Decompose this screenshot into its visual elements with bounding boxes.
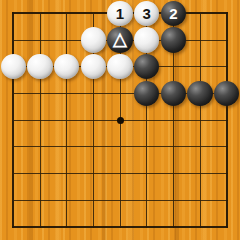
- intersection-0-8[interactable]: [0, 213, 27, 240]
- intersection-4-4[interactable]: [107, 107, 134, 134]
- intersection-4-6[interactable]: [107, 160, 134, 187]
- intersection-6-6[interactable]: [160, 160, 187, 187]
- intersection-5-4[interactable]: [133, 107, 160, 134]
- stone-black[interactable]: [187, 81, 213, 107]
- intersection-2-6[interactable]: [53, 160, 80, 187]
- move-number-3: 3: [142, 6, 150, 21]
- intersection-2-7[interactable]: [53, 187, 80, 214]
- intersection-0-3[interactable]: [0, 80, 27, 107]
- intersection-4-5[interactable]: [107, 133, 134, 160]
- intersection-3-3[interactable]: [80, 80, 107, 107]
- stone-white[interactable]: [134, 27, 160, 53]
- intersection-7-8[interactable]: [187, 213, 214, 240]
- intersection-6-4[interactable]: [160, 107, 187, 134]
- intersection-8-0[interactable]: [213, 0, 240, 27]
- stone-black[interactable]: [161, 27, 187, 53]
- stone-black[interactable]: 2: [161, 1, 187, 27]
- intersection-1-3[interactable]: [27, 80, 54, 107]
- intersection-3-6[interactable]: [80, 160, 107, 187]
- intersection-5-8[interactable]: [133, 213, 160, 240]
- intersection-8-7[interactable]: [213, 187, 240, 214]
- intersection-1-5[interactable]: [27, 133, 54, 160]
- move-number-2: 2: [169, 6, 177, 21]
- intersection-2-3[interactable]: [53, 80, 80, 107]
- intersection-7-7[interactable]: [187, 187, 214, 214]
- intersection-0-6[interactable]: [0, 160, 27, 187]
- intersection-5-6[interactable]: [133, 160, 160, 187]
- intersection-3-8[interactable]: [80, 213, 107, 240]
- stone-black[interactable]: △: [107, 27, 133, 53]
- stone-black[interactable]: [161, 81, 187, 107]
- intersection-0-4[interactable]: [0, 107, 27, 134]
- intersection-5-5[interactable]: [133, 133, 160, 160]
- intersection-1-8[interactable]: [27, 213, 54, 240]
- intersection-4-3[interactable]: [107, 80, 134, 107]
- intersection-1-1[interactable]: [27, 27, 54, 54]
- intersection-7-0[interactable]: [187, 0, 214, 27]
- intersection-4-8[interactable]: [107, 213, 134, 240]
- go-board[interactable]: 132△: [0, 0, 240, 240]
- intersection-1-4[interactable]: [27, 107, 54, 134]
- intersection-0-7[interactable]: [0, 187, 27, 214]
- triangle-mark: △: [113, 30, 127, 48]
- stone-white[interactable]: [27, 54, 53, 80]
- move-number-1: 1: [116, 6, 124, 21]
- intersection-6-7[interactable]: [160, 187, 187, 214]
- stone-white[interactable]: [81, 27, 107, 53]
- intersection-8-1[interactable]: [213, 27, 240, 54]
- intersection-8-4[interactable]: [213, 107, 240, 134]
- intersection-2-1[interactable]: [53, 27, 80, 54]
- intersection-7-1[interactable]: [187, 27, 214, 54]
- intersection-6-5[interactable]: [160, 133, 187, 160]
- intersection-7-2[interactable]: [187, 53, 214, 80]
- intersection-0-1[interactable]: [0, 27, 27, 54]
- intersection-2-0[interactable]: [53, 0, 80, 27]
- intersection-1-7[interactable]: [27, 187, 54, 214]
- intersection-0-0[interactable]: [0, 0, 27, 27]
- stone-white[interactable]: 1: [107, 1, 133, 27]
- intersection-7-4[interactable]: [187, 107, 214, 134]
- intersection-2-5[interactable]: [53, 133, 80, 160]
- intersection-3-7[interactable]: [80, 187, 107, 214]
- intersection-8-2[interactable]: [213, 53, 240, 80]
- intersection-6-8[interactable]: [160, 213, 187, 240]
- intersection-3-5[interactable]: [80, 133, 107, 160]
- intersection-0-5[interactable]: [0, 133, 27, 160]
- intersection-1-6[interactable]: [27, 160, 54, 187]
- intersection-5-7[interactable]: [133, 187, 160, 214]
- stone-white[interactable]: [107, 54, 133, 80]
- intersection-2-4[interactable]: [53, 107, 80, 134]
- intersection-8-5[interactable]: [213, 133, 240, 160]
- intersection-8-6[interactable]: [213, 160, 240, 187]
- intersection-7-5[interactable]: [187, 133, 214, 160]
- intersection-3-0[interactable]: [80, 0, 107, 27]
- intersection-6-2[interactable]: [160, 53, 187, 80]
- intersection-8-8[interactable]: [213, 213, 240, 240]
- intersection-2-8[interactable]: [53, 213, 80, 240]
- intersection-1-0[interactable]: [27, 0, 54, 27]
- intersection-7-6[interactable]: [187, 160, 214, 187]
- intersection-3-4[interactable]: [80, 107, 107, 134]
- intersection-4-7[interactable]: [107, 187, 134, 214]
